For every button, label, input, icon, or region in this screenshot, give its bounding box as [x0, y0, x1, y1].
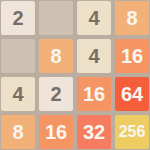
tile-r3c2: 32 — [77, 115, 111, 149]
tile-r1c1: 8 — [39, 39, 73, 73]
empty-cell-r0c1 — [39, 1, 73, 35]
tile-r2c1: 2 — [39, 77, 73, 111]
tile-r0c3: 8 — [115, 1, 149, 35]
empty-cell-r1c0 — [1, 39, 35, 73]
board-2048[interactable]: 2 4 8 8 4 16 4 2 16 64 8 16 32 256 — [0, 0, 150, 150]
tile-r3c3: 256 — [115, 115, 149, 149]
tile-r0c0: 2 — [1, 1, 35, 35]
tile-r0c2: 4 — [77, 1, 111, 35]
tile-r2c2: 16 — [77, 77, 111, 111]
tile-r3c0: 8 — [1, 115, 35, 149]
tile-r2c0: 4 — [1, 77, 35, 111]
tile-r3c1: 16 — [39, 115, 73, 149]
tile-r1c3: 16 — [115, 39, 149, 73]
tile-r1c2: 4 — [77, 39, 111, 73]
tile-r2c3: 64 — [115, 77, 149, 111]
